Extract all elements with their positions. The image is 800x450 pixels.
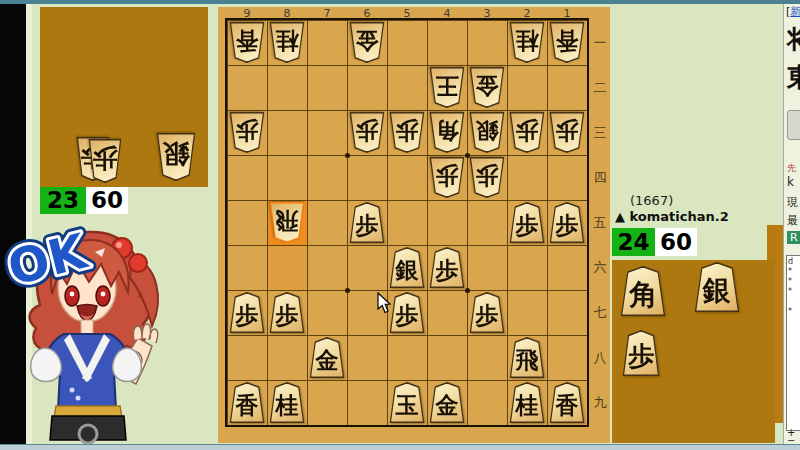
sidebar-r-button[interactable]: R xyxy=(787,231,800,244)
sidebar-move-list-box[interactable]: d * * * * xyxy=(786,255,800,431)
shogi-piece-銀[interactable]: 銀 xyxy=(694,262,740,312)
mascot-character-overlay: OK OK xyxy=(0,200,172,450)
shogi-piece-歩[interactable]: 歩 xyxy=(88,139,122,183)
shogi-piece-飛[interactable]: 飛 xyxy=(269,202,305,243)
sente-clock: 24 60 xyxy=(612,228,697,256)
shogi-piece-飛[interactable]: 飛 xyxy=(509,337,545,378)
shogi-piece-香[interactable]: 香 xyxy=(229,22,265,63)
shogi-piece-歩[interactable]: 歩 xyxy=(509,202,545,243)
shogi-piece-歩[interactable]: 歩 xyxy=(269,292,305,333)
sidebar-zoom-controls[interactable]: +− xyxy=(787,429,795,445)
shogi-piece-歩[interactable]: 歩 xyxy=(349,112,385,153)
shogi-piece-香[interactable]: 香 xyxy=(549,382,585,423)
shogi-piece-香[interactable]: 香 xyxy=(229,382,265,423)
shogi-piece-歩[interactable]: 歩 xyxy=(549,202,585,243)
shogi-piece-桂[interactable]: 桂 xyxy=(509,382,545,423)
sidebar-title-kanji-1: 将 xyxy=(787,22,800,57)
sidebar-title-kanji-2: 東 xyxy=(787,60,800,95)
shogi-piece-角[interactable]: 角 xyxy=(620,266,666,316)
sidebar-link[interactable]: [新 xyxy=(786,4,800,19)
shogi-piece-玉[interactable]: 玉 xyxy=(389,382,425,423)
shogi-piece-香[interactable]: 香 xyxy=(549,22,585,63)
shogi-piece-歩[interactable]: 歩 xyxy=(509,112,545,153)
shogi-piece-歩[interactable]: 歩 xyxy=(389,292,425,333)
sidebar-sente-label: 先 xyxy=(787,162,796,175)
right-sidebar: [新 将 東 先 k 現 最 R d * * * * +− xyxy=(783,0,800,450)
gote-komadai-tray: 歩歩銀 xyxy=(40,7,208,187)
shogi-piece-歩[interactable]: 歩 xyxy=(549,112,585,153)
sente-clock-byoyomi: 60 xyxy=(655,228,697,256)
top-window-bar xyxy=(0,0,800,4)
sente-komadai-tray: 角銀歩 xyxy=(612,260,775,443)
shogi-piece-歩[interactable]: 歩 xyxy=(349,202,385,243)
shogi-piece-銀[interactable]: 銀 xyxy=(156,133,196,181)
shogi-piece-歩[interactable]: 歩 xyxy=(429,247,465,288)
sente-clock-main: 24 xyxy=(612,228,655,256)
mouse-cursor xyxy=(377,292,392,314)
shogi-piece-歩[interactable]: 歩 xyxy=(469,292,505,333)
shogi-piece-桂[interactable]: 桂 xyxy=(269,22,305,63)
shogi-piece-角[interactable]: 角 xyxy=(429,112,465,153)
shogi-piece-金[interactable]: 金 xyxy=(349,22,385,63)
shogi-piece-銀[interactable]: 銀 xyxy=(389,247,425,288)
shogi-piece-金[interactable]: 金 xyxy=(309,337,345,378)
shogi-piece-歩[interactable]: 歩 xyxy=(229,292,265,333)
board-pieces-layer: 香桂金桂香王金歩歩歩角銀歩歩歩歩飛歩歩歩銀歩歩歩歩歩金飛香桂玉金桂香 xyxy=(218,7,610,443)
sidebar-current-label: 現 xyxy=(787,195,798,210)
sidebar-player-line: k xyxy=(787,175,794,189)
shogi-board-panel: 987654321 一二三四五六七八九 香桂金桂香王金歩歩歩角銀歩歩歩歩飛歩歩歩… xyxy=(218,7,610,443)
shogi-piece-桂[interactable]: 桂 xyxy=(269,382,305,423)
shogi-piece-金[interactable]: 金 xyxy=(429,382,465,423)
shogi-piece-歩[interactable]: 歩 xyxy=(469,157,505,198)
sente-rating: (1667) xyxy=(630,193,750,208)
shogi-piece-歩[interactable]: 歩 xyxy=(429,157,465,198)
shogi-piece-歩[interactable]: 歩 xyxy=(622,330,660,376)
hair-bobble-icon xyxy=(129,254,147,272)
sidebar-latest-label: 最 xyxy=(787,213,798,228)
shogi-piece-歩[interactable]: 歩 xyxy=(229,112,265,153)
shogi-piece-銀[interactable]: 銀 xyxy=(469,112,505,153)
shogi-piece-歩[interactable]: 歩 xyxy=(389,112,425,153)
shogi-piece-桂[interactable]: 桂 xyxy=(509,22,545,63)
sidebar-gray-button[interactable] xyxy=(787,110,800,140)
sente-player-name: ▲ komatichan.2 xyxy=(615,209,780,224)
shogi-piece-金[interactable]: 金 xyxy=(469,67,505,108)
shogi-piece-王[interactable]: 王 xyxy=(429,67,465,108)
